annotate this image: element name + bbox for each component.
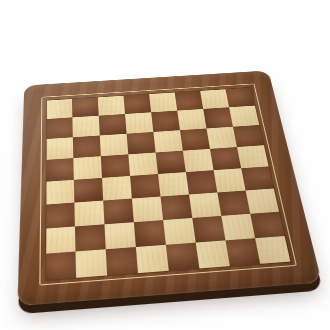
square-b4 [74,178,103,203]
square-e1 [166,242,199,270]
square-d2 [134,220,166,247]
square-a3 [46,202,76,228]
square-h4 [241,166,273,190]
square-f2 [192,216,225,243]
square-f1 [196,240,230,268]
square-f3 [189,192,221,217]
square-g2 [221,214,255,240]
square-d3 [132,196,163,222]
square-c7 [99,114,127,135]
square-g3 [217,190,250,215]
square-d5 [128,153,158,176]
chess-board [17,70,322,306]
square-h7 [229,106,259,127]
square-c8 [98,95,125,116]
square-h3 [245,188,278,213]
square-c2 [105,222,136,249]
square-f8 [175,91,203,111]
square-c6 [100,134,128,156]
square-g8 [200,89,229,109]
square-d4 [130,174,160,198]
square-a8 [46,99,72,120]
square-d7 [125,113,153,134]
square-f7 [177,109,206,130]
square-h2 [250,212,284,238]
square-e2 [163,218,195,245]
square-c4 [102,176,132,201]
square-e4 [158,172,189,196]
square-b7 [73,116,100,138]
square-b6 [73,136,101,158]
square-h5 [237,145,269,168]
square-a6 [46,137,74,160]
square-f5 [183,149,214,172]
square-c3 [103,198,134,224]
square-d6 [127,132,156,154]
square-c1 [106,247,138,275]
square-b5 [74,156,103,179]
square-e6 [153,130,182,152]
square-e5 [156,151,186,174]
square-g7 [203,108,233,129]
square-h1 [255,236,290,264]
square-f6 [180,129,210,151]
square-e3 [160,194,192,219]
square-a4 [46,180,75,205]
square-b3 [75,200,105,226]
board-perspective-wrapper [17,70,322,306]
square-b2 [75,224,106,251]
frame-inlay-line [39,84,297,286]
square-h6 [233,125,264,147]
square-b1 [76,249,107,277]
square-g6 [206,127,236,149]
square-d1 [136,244,169,272]
square-a2 [46,226,76,253]
product-photo [0,0,330,330]
playing-area [45,87,289,279]
square-f4 [186,170,217,194]
square-g5 [210,147,241,170]
square-a5 [46,158,74,182]
square-c5 [101,154,130,177]
square-e7 [151,111,180,132]
square-a7 [46,118,73,140]
square-a1 [45,251,76,280]
square-g4 [213,168,245,192]
square-d8 [124,94,152,114]
square-h8 [225,87,254,107]
square-e8 [149,92,177,112]
square-b8 [72,97,99,118]
